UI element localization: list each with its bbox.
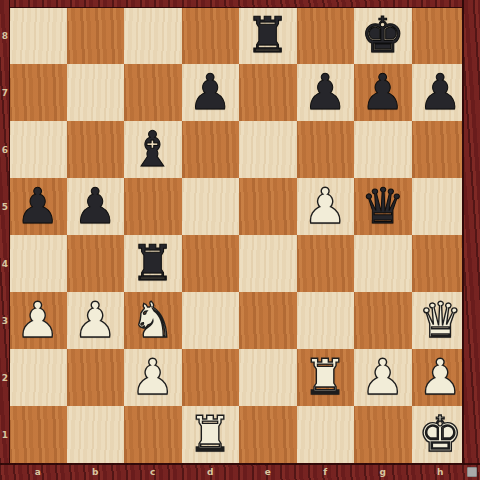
square-b6[interactable] bbox=[67, 121, 125, 178]
piece-white-king-h1[interactable]: ♚ bbox=[412, 406, 470, 463]
square-b4[interactable] bbox=[67, 235, 125, 292]
piece-white-pawn-f5[interactable]: ♟ bbox=[297, 178, 355, 235]
piece-white-pawn-c2[interactable]: ♟ bbox=[124, 349, 182, 406]
square-g3[interactable] bbox=[354, 292, 412, 349]
board-border-right bbox=[462, 0, 480, 480]
square-f4[interactable] bbox=[297, 235, 355, 292]
square-e1[interactable] bbox=[239, 406, 297, 463]
board-border-top bbox=[0, 0, 480, 8]
square-f6[interactable] bbox=[297, 121, 355, 178]
square-f3[interactable] bbox=[297, 292, 355, 349]
piece-white-pawn-h2[interactable]: ♟ bbox=[412, 349, 470, 406]
file-label-d: d bbox=[182, 464, 240, 479]
piece-black-pawn-g7[interactable]: ♟ bbox=[354, 64, 412, 121]
board-squares: ♜♚♟♟♟♟♝♟♟♟♛♜♟♟♞♛♟♜♟♟♜♚ bbox=[0, 0, 480, 480]
square-b7[interactable] bbox=[67, 64, 125, 121]
square-d8[interactable] bbox=[182, 7, 240, 64]
square-f8[interactable] bbox=[297, 7, 355, 64]
square-c8[interactable] bbox=[124, 7, 182, 64]
piece-black-pawn-f7[interactable]: ♟ bbox=[297, 64, 355, 121]
square-d4[interactable] bbox=[182, 235, 240, 292]
square-g4[interactable] bbox=[354, 235, 412, 292]
file-label-b: b bbox=[67, 464, 125, 479]
square-a1[interactable] bbox=[9, 406, 67, 463]
rank-label-8: 8 bbox=[0, 7, 10, 64]
square-e7[interactable] bbox=[239, 64, 297, 121]
piece-white-rook-f2[interactable]: ♜ bbox=[297, 349, 355, 406]
square-f1[interactable] bbox=[297, 406, 355, 463]
piece-white-pawn-a3[interactable]: ♟ bbox=[9, 292, 67, 349]
piece-black-rook-c4[interactable]: ♜ bbox=[124, 235, 182, 292]
piece-black-rook-e8[interactable]: ♜ bbox=[239, 7, 297, 64]
rank-label-6: 6 bbox=[0, 121, 10, 178]
square-e2[interactable] bbox=[239, 349, 297, 406]
piece-black-pawn-a5[interactable]: ♟ bbox=[9, 178, 67, 235]
square-g1[interactable] bbox=[354, 406, 412, 463]
square-d5[interactable] bbox=[182, 178, 240, 235]
piece-black-queen-g5[interactable]: ♛ bbox=[354, 178, 412, 235]
file-label-h: h bbox=[412, 464, 470, 479]
piece-black-bishop-c6[interactable]: ♝ bbox=[124, 121, 182, 178]
piece-black-king-g8[interactable]: ♚ bbox=[354, 7, 412, 64]
piece-white-knight-c3[interactable]: ♞ bbox=[124, 292, 182, 349]
square-c5[interactable] bbox=[124, 178, 182, 235]
square-a6[interactable] bbox=[9, 121, 67, 178]
square-e6[interactable] bbox=[239, 121, 297, 178]
rank-label-2: 2 bbox=[0, 349, 10, 406]
square-b2[interactable] bbox=[67, 349, 125, 406]
square-h8[interactable] bbox=[412, 7, 470, 64]
file-label-a: a bbox=[9, 464, 67, 479]
rank-label-5: 5 bbox=[0, 178, 10, 235]
piece-black-pawn-h7[interactable]: ♟ bbox=[412, 64, 470, 121]
file-label-e: e bbox=[239, 464, 297, 479]
file-label-g: g bbox=[354, 464, 412, 479]
piece-white-pawn-b3[interactable]: ♟ bbox=[67, 292, 125, 349]
square-e3[interactable] bbox=[239, 292, 297, 349]
square-g6[interactable] bbox=[354, 121, 412, 178]
square-a2[interactable] bbox=[9, 349, 67, 406]
square-e4[interactable] bbox=[239, 235, 297, 292]
square-c7[interactable] bbox=[124, 64, 182, 121]
square-a7[interactable] bbox=[9, 64, 67, 121]
chess-board: ♜♚♟♟♟♟♝♟♟♟♛♜♟♟♞♛♟♜♟♟♜♚ 87654321 abcdefgh bbox=[0, 0, 480, 480]
piece-black-pawn-b5[interactable]: ♟ bbox=[67, 178, 125, 235]
rank-label-4: 4 bbox=[0, 235, 10, 292]
square-b8[interactable] bbox=[67, 7, 125, 64]
square-b1[interactable] bbox=[67, 406, 125, 463]
rank-label-1: 1 bbox=[0, 406, 10, 463]
square-d3[interactable] bbox=[182, 292, 240, 349]
square-e5[interactable] bbox=[239, 178, 297, 235]
piece-black-pawn-d7[interactable]: ♟ bbox=[182, 64, 240, 121]
file-label-f: f bbox=[297, 464, 355, 479]
square-c1[interactable] bbox=[124, 406, 182, 463]
square-d2[interactable] bbox=[182, 349, 240, 406]
rank-label-7: 7 bbox=[0, 64, 10, 121]
square-a8[interactable] bbox=[9, 7, 67, 64]
piece-white-pawn-g2[interactable]: ♟ bbox=[354, 349, 412, 406]
piece-white-queen-h3[interactable]: ♛ bbox=[412, 292, 470, 349]
square-h6[interactable] bbox=[412, 121, 470, 178]
resize-grip-icon[interactable] bbox=[467, 467, 477, 477]
square-d6[interactable] bbox=[182, 121, 240, 178]
rank-label-3: 3 bbox=[0, 292, 10, 349]
piece-white-rook-d1[interactable]: ♜ bbox=[182, 406, 240, 463]
square-a4[interactable] bbox=[9, 235, 67, 292]
square-h5[interactable] bbox=[412, 178, 470, 235]
square-h4[interactable] bbox=[412, 235, 470, 292]
file-label-c: c bbox=[124, 464, 182, 479]
